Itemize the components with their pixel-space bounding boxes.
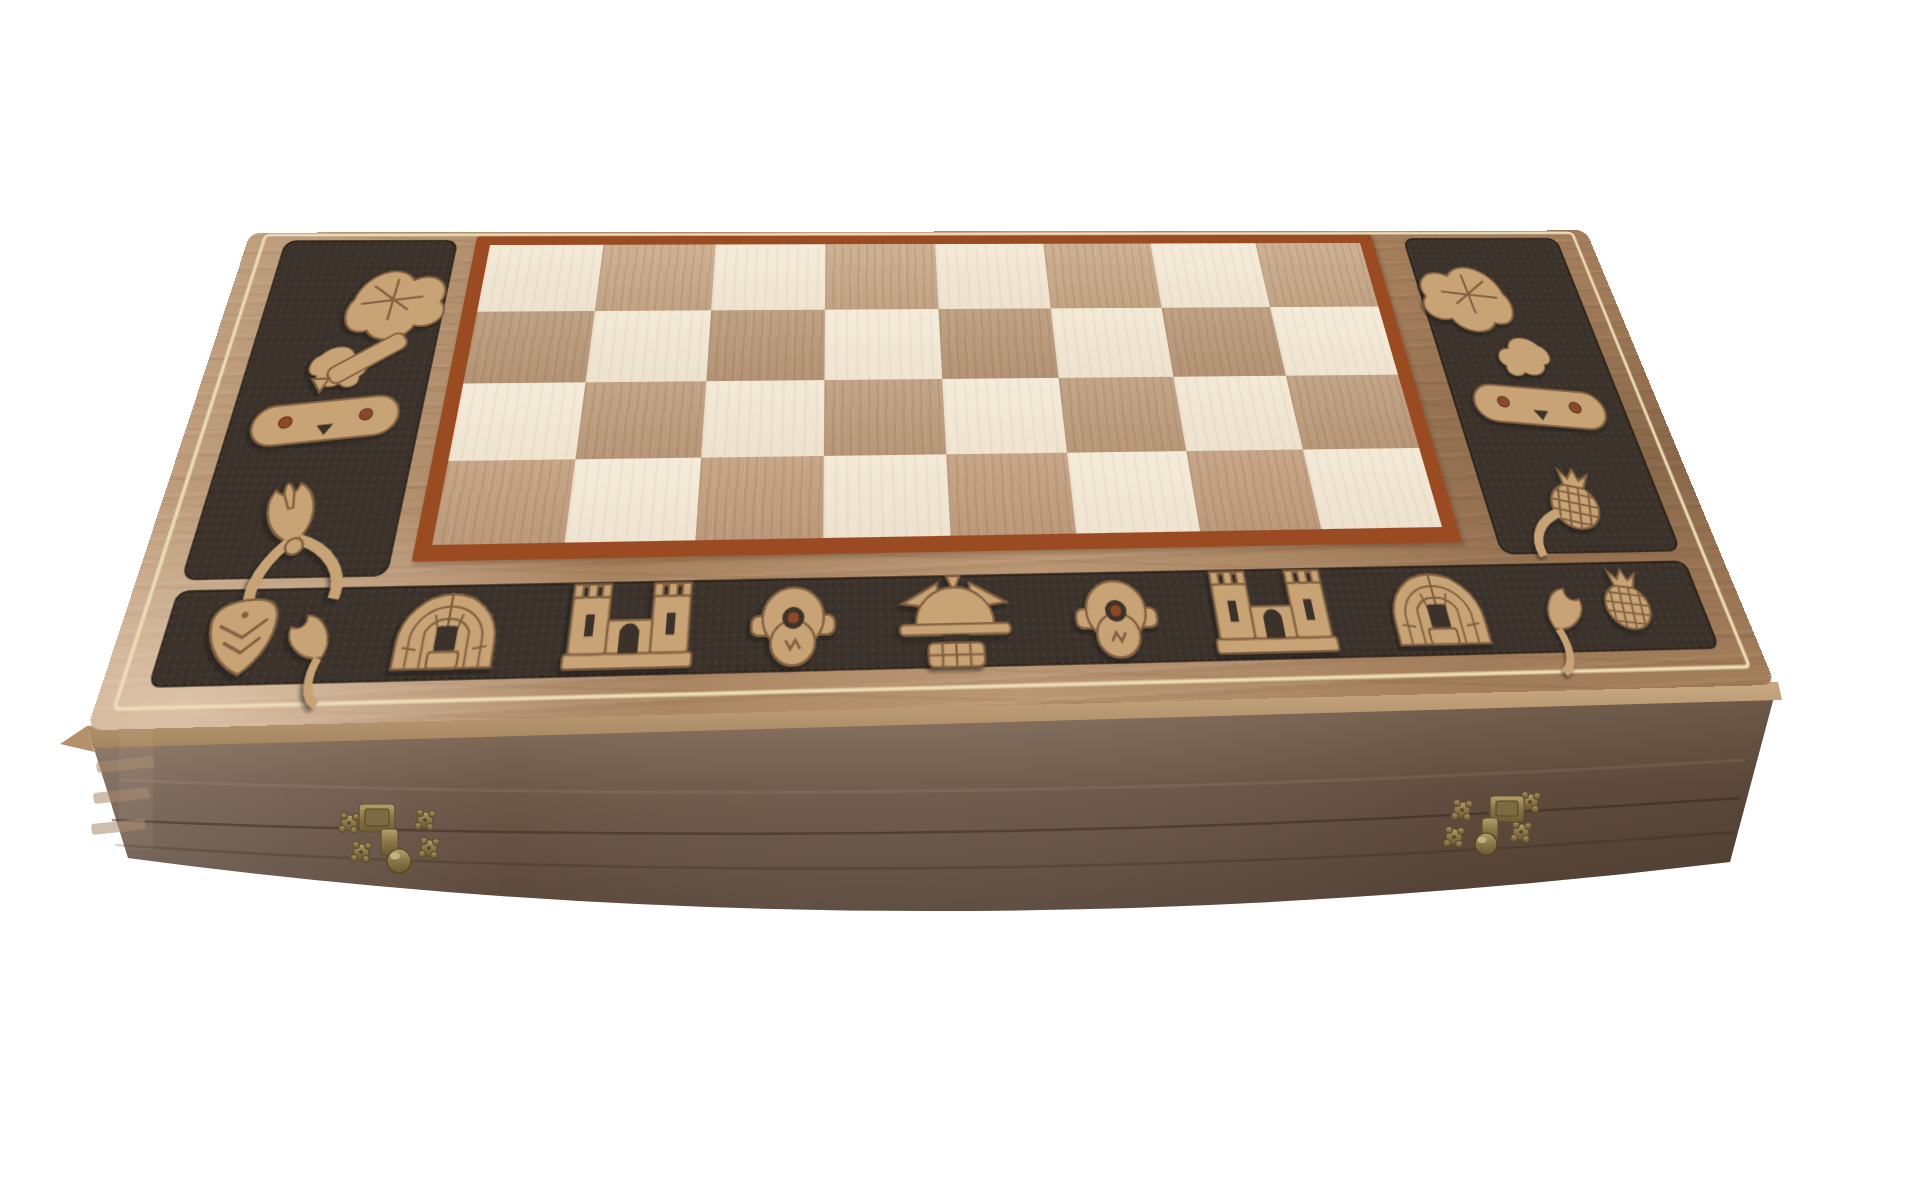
board-square [825,244,938,310]
latch-knob [1475,833,1497,855]
board-square [1058,377,1185,453]
board-square [1050,308,1172,378]
board-square [463,311,594,383]
board-square [1270,307,1398,376]
board-square [935,244,1050,309]
board-square [1256,243,1379,307]
board-square [939,308,1059,379]
board-square [825,309,943,380]
board-square [448,382,585,461]
box-lid-top [87,230,1776,730]
board-square [695,456,824,540]
board-square [564,458,700,543]
chess-box-product-photo [0,0,1907,1179]
board-square [1150,243,1270,308]
board-square [824,379,946,456]
latch-knob [387,849,411,873]
board-square [1303,448,1442,529]
board-square [711,244,826,310]
board-square [824,454,951,538]
board-square [585,310,710,382]
board-square [1186,449,1322,531]
board-square [1161,307,1286,377]
board-square [706,310,826,382]
board-square [700,380,824,458]
board-square [946,453,1076,536]
board-square [1043,243,1161,308]
board-square [575,381,706,459]
board-square [942,378,1067,454]
board-square [1173,376,1303,451]
board-square [477,245,603,312]
board-square [1286,375,1419,450]
board-square [595,244,716,311]
board-square [1067,451,1200,533]
chessboard-grid [432,243,1442,545]
board-square [432,459,575,545]
